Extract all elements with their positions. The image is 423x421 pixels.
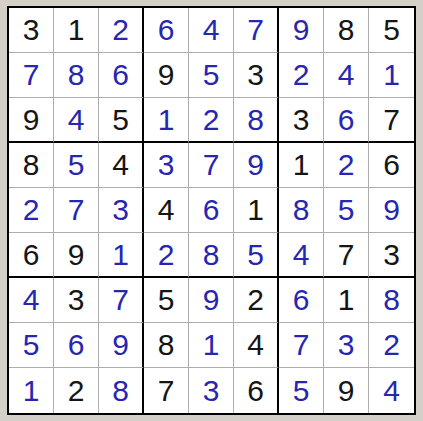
cell-r8c9[interactable]: 2 xyxy=(369,323,414,368)
cell-r4c4[interactable]: 3 xyxy=(144,143,189,188)
cell-r4c6[interactable]: 9 xyxy=(234,143,279,188)
cell-r1c2[interactable]: 1 xyxy=(54,8,99,53)
cell-r1c6[interactable]: 7 xyxy=(234,8,279,53)
cell-r5c5[interactable]: 6 xyxy=(189,188,234,233)
cell-r2c4[interactable]: 9 xyxy=(144,53,189,98)
cell-r7c5[interactable]: 9 xyxy=(189,278,234,323)
cell-r3c3[interactable]: 5 xyxy=(99,98,144,143)
cell-r5c4[interactable]: 4 xyxy=(144,188,189,233)
cell-r7c1[interactable]: 4 xyxy=(9,278,54,323)
cell-r6c3[interactable]: 1 xyxy=(99,233,144,278)
cell-r8c4[interactable]: 8 xyxy=(144,323,189,368)
cell-r5c2[interactable]: 7 xyxy=(54,188,99,233)
cell-r7c3[interactable]: 7 xyxy=(99,278,144,323)
cell-r5c1[interactable]: 2 xyxy=(9,188,54,233)
cell-r2c6[interactable]: 3 xyxy=(234,53,279,98)
cell-r8c5[interactable]: 1 xyxy=(189,323,234,368)
cell-r6c1[interactable]: 6 xyxy=(9,233,54,278)
cell-r3c5[interactable]: 2 xyxy=(189,98,234,143)
cell-r3c4[interactable]: 1 xyxy=(144,98,189,143)
cell-r9c2[interactable]: 2 xyxy=(54,368,99,413)
cell-r2c3[interactable]: 6 xyxy=(99,53,144,98)
cell-r7c7[interactable]: 6 xyxy=(279,278,324,323)
cell-r5c3[interactable]: 3 xyxy=(99,188,144,233)
cell-r1c8[interactable]: 8 xyxy=(324,8,369,53)
cell-r3c9[interactable]: 7 xyxy=(369,98,414,143)
cell-r2c5[interactable]: 5 xyxy=(189,53,234,98)
cell-r2c1[interactable]: 7 xyxy=(9,53,54,98)
cell-r9c7[interactable]: 5 xyxy=(279,368,324,413)
cell-r1c7[interactable]: 9 xyxy=(279,8,324,53)
cell-r6c7[interactable]: 4 xyxy=(279,233,324,278)
cell-r7c8[interactable]: 1 xyxy=(324,278,369,323)
cell-r1c3[interactable]: 2 xyxy=(99,8,144,53)
cell-r8c3[interactable]: 9 xyxy=(99,323,144,368)
cell-r9c4[interactable]: 7 xyxy=(144,368,189,413)
cell-r4c1[interactable]: 8 xyxy=(9,143,54,188)
sudoku-grid: 3126479857869532419451283678543791262734… xyxy=(9,8,414,413)
cell-r8c1[interactable]: 5 xyxy=(9,323,54,368)
cell-r4c2[interactable]: 5 xyxy=(54,143,99,188)
cell-r8c6[interactable]: 4 xyxy=(234,323,279,368)
cell-r9c8[interactable]: 9 xyxy=(324,368,369,413)
cell-r8c7[interactable]: 7 xyxy=(279,323,324,368)
cell-r9c9[interactable]: 4 xyxy=(369,368,414,413)
cell-r5c9[interactable]: 9 xyxy=(369,188,414,233)
cell-r4c3[interactable]: 4 xyxy=(99,143,144,188)
cell-r7c6[interactable]: 2 xyxy=(234,278,279,323)
cell-r4c8[interactable]: 2 xyxy=(324,143,369,188)
cell-r7c2[interactable]: 3 xyxy=(54,278,99,323)
cell-r1c4[interactable]: 6 xyxy=(144,8,189,53)
cell-r3c1[interactable]: 9 xyxy=(9,98,54,143)
cell-r1c5[interactable]: 4 xyxy=(189,8,234,53)
cell-r9c6[interactable]: 6 xyxy=(234,368,279,413)
cell-r9c5[interactable]: 3 xyxy=(189,368,234,413)
cell-r4c9[interactable]: 6 xyxy=(369,143,414,188)
cell-r7c9[interactable]: 8 xyxy=(369,278,414,323)
cell-r5c6[interactable]: 1 xyxy=(234,188,279,233)
cell-r8c2[interactable]: 6 xyxy=(54,323,99,368)
cell-r3c6[interactable]: 8 xyxy=(234,98,279,143)
cell-r6c5[interactable]: 8 xyxy=(189,233,234,278)
cell-r5c7[interactable]: 8 xyxy=(279,188,324,233)
cell-r8c8[interactable]: 3 xyxy=(324,323,369,368)
cell-r6c4[interactable]: 2 xyxy=(144,233,189,278)
cell-r6c2[interactable]: 9 xyxy=(54,233,99,278)
cell-r2c2[interactable]: 8 xyxy=(54,53,99,98)
cell-r6c6[interactable]: 5 xyxy=(234,233,279,278)
cell-r3c2[interactable]: 4 xyxy=(54,98,99,143)
cell-r4c5[interactable]: 7 xyxy=(189,143,234,188)
cell-r9c1[interactable]: 1 xyxy=(9,368,54,413)
cell-r6c8[interactable]: 7 xyxy=(324,233,369,278)
sudoku-board: 3126479857869532419451283678543791262734… xyxy=(7,6,416,415)
cell-r2c8[interactable]: 4 xyxy=(324,53,369,98)
cell-r4c7[interactable]: 1 xyxy=(279,143,324,188)
cell-r1c9[interactable]: 5 xyxy=(369,8,414,53)
cell-r2c9[interactable]: 1 xyxy=(369,53,414,98)
cell-r7c4[interactable]: 5 xyxy=(144,278,189,323)
cell-r1c1[interactable]: 3 xyxy=(9,8,54,53)
cell-r5c8[interactable]: 5 xyxy=(324,188,369,233)
cell-r3c8[interactable]: 6 xyxy=(324,98,369,143)
cell-r2c7[interactable]: 2 xyxy=(279,53,324,98)
cell-r9c3[interactable]: 8 xyxy=(99,368,144,413)
cell-r3c7[interactable]: 3 xyxy=(279,98,324,143)
cell-r6c9[interactable]: 3 xyxy=(369,233,414,278)
